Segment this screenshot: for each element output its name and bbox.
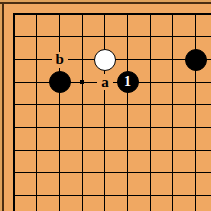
black-stone-C16 bbox=[49, 71, 71, 93]
grid-vline bbox=[36, 13, 37, 211]
grid-vline bbox=[150, 13, 151, 211]
letter-marker-a: a bbox=[97, 74, 113, 90]
white-stone-E17 bbox=[94, 49, 116, 71]
move-number: 1 bbox=[124, 75, 131, 89]
black-stone-J17 bbox=[185, 49, 207, 71]
grid-hline bbox=[13, 127, 211, 128]
grid-hline bbox=[13, 13, 211, 15]
go-board: ba1 bbox=[0, 0, 211, 211]
board-edge-left bbox=[2, 2, 4, 211]
grid-vline bbox=[82, 13, 83, 211]
grid-hline bbox=[13, 150, 211, 151]
hoshi-marker bbox=[80, 80, 84, 84]
grid-hline bbox=[13, 104, 211, 105]
grid-vline bbox=[104, 13, 105, 211]
grid-hline bbox=[13, 195, 211, 196]
grid-vline bbox=[59, 13, 60, 211]
grid-hline bbox=[13, 172, 211, 173]
letter-marker-b: b bbox=[52, 52, 68, 68]
board-edge-top bbox=[0, 2, 211, 4]
grid-vline bbox=[172, 13, 173, 211]
grid-vline bbox=[195, 13, 196, 211]
grid-vline bbox=[13, 13, 15, 211]
grid-vline bbox=[127, 13, 128, 211]
grid-hline bbox=[13, 36, 211, 37]
black-stone-F16: 1 bbox=[117, 71, 139, 93]
